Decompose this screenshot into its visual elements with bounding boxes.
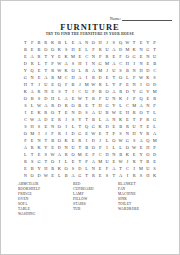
grid-cell[interactable]: F [104, 165, 111, 172]
grid-cell[interactable]: J [42, 130, 49, 137]
grid-cell[interactable]: Y [49, 53, 56, 60]
grid-cell[interactable]: I [104, 144, 111, 151]
grid-cell[interactable]: G [97, 60, 104, 67]
grid-cell[interactable]: Y [110, 102, 117, 109]
grid-cell[interactable]: L [97, 116, 104, 123]
grid-cell[interactable]: R [97, 81, 104, 88]
grid-cell[interactable]: T [22, 39, 29, 46]
grid-cell[interactable]: E [97, 130, 104, 137]
grid-cell[interactable]: R [90, 172, 97, 179]
grid-cell[interactable]: S [70, 116, 77, 123]
grid-cell[interactable]: L [56, 95, 63, 102]
grid-cell[interactable]: N [36, 137, 43, 144]
grid-cell[interactable]: S [36, 95, 43, 102]
grid-cell[interactable]: J [97, 137, 104, 144]
grid-cell[interactable]: L [22, 151, 29, 158]
grid-cell[interactable]: F [63, 81, 70, 88]
grid-cell[interactable]: T [42, 67, 49, 74]
grid-cell[interactable]: J [63, 116, 70, 123]
grid-cell[interactable]: N [110, 95, 117, 102]
grid-cell[interactable]: E [22, 53, 29, 60]
grid-cell[interactable]: N [90, 165, 97, 172]
grid-cell[interactable]: D [151, 81, 158, 88]
grid-cell[interactable]: L [117, 102, 124, 109]
grid-cell[interactable]: N [70, 109, 77, 116]
grid-cell[interactable]: S [151, 74, 158, 81]
grid-cell[interactable]: P [117, 81, 124, 88]
grid-cell[interactable]: R [124, 123, 131, 130]
grid-cell[interactable]: Y [144, 39, 151, 46]
grid-cell[interactable]: I [124, 172, 131, 179]
grid-cell[interactable]: K [117, 116, 124, 123]
grid-cell[interactable]: O [124, 53, 131, 60]
grid-cell[interactable]: D [124, 88, 131, 95]
grid-cell[interactable]: P [97, 144, 104, 151]
grid-cell[interactable]: M [151, 88, 158, 95]
grid-cell[interactable]: T [56, 109, 63, 116]
grid-cell[interactable]: W [29, 116, 36, 123]
grid-cell[interactable]: E [104, 74, 111, 81]
grid-cell[interactable]: R [90, 95, 97, 102]
grid-cell[interactable]: T [90, 102, 97, 109]
grid-cell[interactable]: K [22, 88, 29, 95]
grid-cell[interactable]: A [22, 144, 29, 151]
grid-cell[interactable]: T [117, 165, 124, 172]
grid-cell[interactable]: O [49, 158, 56, 165]
grid-cell[interactable]: E [110, 53, 117, 60]
grid-cell[interactable]: A [110, 88, 117, 95]
grid-cell[interactable]: O [110, 137, 117, 144]
grid-cell[interactable]: A [56, 151, 63, 158]
grid-cell[interactable]: T [42, 158, 49, 165]
grid-cell[interactable]: J [104, 67, 111, 74]
grid-cell[interactable]: B [70, 81, 77, 88]
grid-cell[interactable]: D [56, 102, 63, 109]
grid-cell[interactable]: S [70, 60, 77, 67]
grid-cell[interactable]: T [29, 151, 36, 158]
grid-cell[interactable]: E [83, 151, 90, 158]
grid-cell[interactable]: A [110, 165, 117, 172]
grid-cell[interactable]: G [124, 137, 131, 144]
grid-cell[interactable]: T [42, 53, 49, 60]
grid-cell[interactable]: E [138, 39, 145, 46]
grid-cell[interactable]: C [151, 67, 158, 74]
grid-cell[interactable]: S [151, 165, 158, 172]
grid-cell[interactable]: N [90, 60, 97, 67]
grid-cell[interactable]: W [138, 74, 145, 81]
grid-cell[interactable]: L [36, 60, 43, 67]
grid-cell[interactable]: P [97, 53, 104, 60]
grid-cell[interactable]: E [29, 46, 36, 53]
grid-cell[interactable]: P [151, 39, 158, 46]
grid-cell[interactable]: K [36, 144, 43, 151]
grid-cell[interactable]: M [70, 53, 77, 60]
grid-cell[interactable]: E [49, 88, 56, 95]
grid-cell[interactable]: S [117, 130, 124, 137]
grid-cell[interactable]: N [63, 144, 70, 151]
grid-cell[interactable]: N [144, 102, 151, 109]
grid-cell[interactable]: H [104, 151, 111, 158]
grid-cell[interactable]: L [117, 144, 124, 151]
grid-cell[interactable]: S [83, 109, 90, 116]
grid-cell[interactable]: E [144, 95, 151, 102]
grid-cell[interactable]: E [83, 102, 90, 109]
grid-cell[interactable]: I [83, 74, 90, 81]
grid-cell[interactable]: E [76, 46, 83, 53]
grid-cell[interactable]: L [151, 123, 158, 130]
grid-cell[interactable]: T [110, 74, 117, 81]
grid-cell[interactable]: K [56, 46, 63, 53]
grid-cell[interactable]: B [63, 172, 70, 179]
grid-cell[interactable]: C [63, 74, 70, 81]
grid-cell[interactable]: R [76, 137, 83, 144]
grid-cell[interactable]: W [49, 151, 56, 158]
grid-cell[interactable]: E [138, 53, 145, 60]
grid-cell[interactable]: C [124, 165, 131, 172]
grid-cell[interactable]: A [42, 74, 49, 81]
grid-cell[interactable]: R [131, 158, 138, 165]
grid-cell[interactable]: E [70, 158, 77, 165]
grid-cell[interactable]: B [104, 109, 111, 116]
grid-cell[interactable]: Q [144, 137, 151, 144]
grid-cell[interactable]: R [56, 116, 63, 123]
grid-cell[interactable]: B [117, 151, 124, 158]
grid-cell[interactable]: R [49, 165, 56, 172]
grid-cell[interactable]: K [63, 67, 70, 74]
grid-cell[interactable]: V [144, 88, 151, 95]
grid-cell[interactable]: A [63, 95, 70, 102]
grid-cell[interactable]: A [104, 116, 111, 123]
grid-cell[interactable]: B [76, 102, 83, 109]
grid-cell[interactable]: E [117, 109, 124, 116]
grid-cell[interactable]: T [76, 144, 83, 151]
grid-cell[interactable]: T [131, 39, 138, 46]
grid-cell[interactable]: T [42, 60, 49, 67]
grid-cell[interactable]: I [22, 109, 29, 116]
grid-cell[interactable]: E [110, 123, 117, 130]
grid-cell[interactable]: O [49, 109, 56, 116]
grid-cell[interactable]: A [138, 102, 145, 109]
grid-cell[interactable]: R [144, 130, 151, 137]
grid-cell[interactable]: I [131, 165, 138, 172]
grid-cell[interactable]: W [36, 102, 43, 109]
grid-cell[interactable]: F [97, 95, 104, 102]
grid-cell[interactable]: P [90, 88, 97, 95]
grid-cell[interactable]: H [76, 60, 83, 67]
grid-cell[interactable]: T [76, 158, 83, 165]
grid-cell[interactable]: K [36, 109, 43, 116]
grid-cell[interactable]: G [76, 130, 83, 137]
grid-cell[interactable]: G [76, 172, 83, 179]
grid-cell[interactable]: O [144, 151, 151, 158]
grid-cell[interactable]: T [138, 123, 145, 130]
grid-cell[interactable]: G [104, 102, 111, 109]
grid-cell[interactable]: E [36, 151, 43, 158]
grid-cell[interactable]: F [131, 74, 138, 81]
grid-cell[interactable]: R [131, 109, 138, 116]
grid-cell[interactable]: S [117, 67, 124, 74]
grid-cell[interactable]: A [63, 60, 70, 67]
grid-cell[interactable]: L [83, 46, 90, 53]
grid-cell[interactable]: O [70, 151, 77, 158]
grid-cell[interactable]: W [124, 39, 131, 46]
grid-cell[interactable]: H [97, 102, 104, 109]
grid-cell[interactable]: P [83, 158, 90, 165]
grid-cell[interactable]: M [29, 130, 36, 137]
grid-cell[interactable]: W [56, 60, 63, 67]
grid-cell[interactable]: N [131, 81, 138, 88]
grid-cell[interactable]: W [56, 67, 63, 74]
grid-cell[interactable]: G [22, 74, 29, 81]
grid-cell[interactable]: A [138, 137, 145, 144]
grid-cell[interactable]: R [42, 109, 49, 116]
grid-cell[interactable]: W [131, 144, 138, 151]
grid-cell[interactable]: G [90, 123, 97, 130]
grid-cell[interactable]: D [104, 123, 111, 130]
grid-cell[interactable]: E [36, 74, 43, 81]
grid-cell[interactable]: L [29, 102, 36, 109]
grid-cell[interactable]: Y [22, 67, 29, 74]
grid-cell[interactable]: O [42, 46, 49, 53]
grid-cell[interactable]: N [42, 88, 49, 95]
grid-cell[interactable]: R [22, 158, 29, 165]
grid-cell[interactable]: Y [36, 165, 43, 172]
grid-cell[interactable]: U [83, 88, 90, 95]
grid-cell[interactable]: W [117, 158, 124, 165]
grid-cell[interactable]: O [90, 39, 97, 46]
grid-cell[interactable]: M [76, 151, 83, 158]
grid-cell[interactable]: R [29, 60, 36, 67]
grid-cell[interactable]: H [124, 109, 131, 116]
grid-cell[interactable]: Q [138, 95, 145, 102]
grid-cell[interactable]: Q [56, 81, 63, 88]
grid-cell[interactable]: B [49, 137, 56, 144]
grid-cell[interactable]: O [70, 67, 77, 74]
grid-cell[interactable]: E [144, 123, 151, 130]
grid-cell[interactable]: J [36, 81, 43, 88]
grid-cell[interactable]: T [151, 46, 158, 53]
grid-cell[interactable]: U [42, 81, 49, 88]
grid-cell[interactable]: A [117, 172, 124, 179]
grid-cell[interactable]: T [138, 158, 145, 165]
grid-cell[interactable]: I [70, 88, 77, 95]
grid-cell[interactable]: R [63, 102, 70, 109]
grid-cell[interactable]: E [22, 165, 29, 172]
grid-cell[interactable]: Y [131, 88, 138, 95]
grid-cell[interactable]: R [83, 67, 90, 74]
grid-cell[interactable]: R [104, 53, 111, 60]
grid-cell[interactable]: T [83, 95, 90, 102]
grid-cell[interactable]: S [70, 165, 77, 172]
grid-cell[interactable]: E [110, 158, 117, 165]
grid-cell[interactable]: E [49, 144, 56, 151]
grid-cell[interactable]: S [138, 172, 145, 179]
grid-cell[interactable]: E [83, 130, 90, 137]
grid-cell[interactable]: Y [138, 151, 145, 158]
grid-cell[interactable]: K [124, 151, 131, 158]
grid-cell[interactable]: O [22, 130, 29, 137]
grid-cell[interactable]: S [42, 151, 49, 158]
grid-cell[interactable]: R [56, 130, 63, 137]
grid-cell[interactable]: K [56, 165, 63, 172]
grid-cell[interactable]: L [76, 67, 83, 74]
grid-cell[interactable]: N [49, 123, 56, 130]
grid-cell[interactable]: U [104, 95, 111, 102]
grid-cell[interactable]: K [63, 53, 70, 60]
grid-cell[interactable]: H [144, 144, 151, 151]
grid-cell[interactable]: O [70, 102, 77, 109]
grid-cell[interactable]: E [97, 172, 104, 179]
grid-cell[interactable]: N [22, 172, 29, 179]
grid-cell[interactable]: Y [76, 116, 83, 123]
grid-cell[interactable]: O [144, 81, 151, 88]
grid-cell[interactable]: R [49, 74, 56, 81]
grid-cell[interactable]: A [29, 88, 36, 95]
grid-cell[interactable]: B [56, 39, 63, 46]
grid-cell[interactable]: G [36, 158, 43, 165]
grid-cell[interactable]: E [144, 60, 151, 67]
grid-cell[interactable]: B [151, 60, 158, 67]
grid-cell[interactable]: J [124, 95, 131, 102]
grid-cell[interactable]: B [117, 123, 124, 130]
grid-cell[interactable]: R [151, 95, 158, 102]
grid-cell[interactable]: G [144, 46, 151, 53]
grid-cell[interactable]: F [29, 39, 36, 46]
grid-cell[interactable]: U [110, 67, 117, 74]
grid-cell[interactable]: N [110, 116, 117, 123]
grid-cell[interactable]: D [76, 109, 83, 116]
grid-cell[interactable]: F [90, 46, 97, 53]
grid-cell[interactable]: N [144, 53, 151, 60]
grid-cell[interactable]: O [63, 165, 70, 172]
grid-cell[interactable]: M [131, 102, 138, 109]
grid-cell[interactable]: F [151, 102, 158, 109]
grid-cell[interactable]: R [29, 144, 36, 151]
grid-cell[interactable]: A [36, 116, 43, 123]
grid-cell[interactable]: K [131, 46, 138, 53]
grid-cell[interactable]: N [110, 151, 117, 158]
grid-cell[interactable]: M [83, 81, 90, 88]
grid-cell[interactable]: M [104, 60, 111, 67]
grid-cell[interactable]: U [97, 109, 104, 116]
grid-cell[interactable]: M [97, 158, 104, 165]
grid-cell[interactable]: E [49, 81, 56, 88]
grid-cell[interactable]: S [22, 102, 29, 109]
grid-cell[interactable]: K [49, 39, 56, 46]
grid-cell[interactable]: T [63, 88, 70, 95]
grid-cell[interactable]: M [151, 137, 158, 144]
grid-cell[interactable]: H [42, 165, 49, 172]
grid-cell[interactable]: A [42, 102, 49, 109]
grid-cell[interactable]: B [29, 95, 36, 102]
grid-cell[interactable]: D [56, 144, 63, 151]
grid-cell[interactable]: D [42, 95, 49, 102]
grid-cell[interactable]: O [56, 123, 63, 130]
grid-cell[interactable]: I [83, 137, 90, 144]
grid-cell[interactable]: K [63, 137, 70, 144]
grid-cell[interactable]: H [124, 60, 131, 67]
grid-cell[interactable]: M [138, 165, 145, 172]
grid-cell[interactable]: D [70, 130, 77, 137]
grid-cell[interactable]: D [76, 165, 83, 172]
grid-cell[interactable]: T [29, 81, 36, 88]
grid-cell[interactable]: S [104, 172, 111, 179]
grid-cell[interactable]: R [49, 102, 56, 109]
grid-cell[interactable]: E [29, 137, 36, 144]
grid-cell[interactable]: T [83, 116, 90, 123]
grid-cell[interactable]: W [90, 130, 97, 137]
grid-cell[interactable]: S [22, 123, 29, 130]
grid-cell[interactable]: N [124, 130, 131, 137]
grid-cell[interactable]: F [49, 130, 56, 137]
grid-cell[interactable]: L [56, 172, 63, 179]
grid-cell[interactable]: E [131, 151, 138, 158]
grid-cell[interactable]: P [49, 60, 56, 67]
grid-cell[interactable]: O [49, 46, 56, 53]
grid-cell[interactable]: M [56, 74, 63, 81]
grid-cell[interactable]: D [36, 172, 43, 179]
grid-cell[interactable]: E [36, 67, 43, 74]
grid-cell[interactable]: B [36, 39, 43, 46]
grid-cell[interactable]: H [70, 74, 77, 81]
grid-cell[interactable]: B [22, 46, 29, 53]
grid-cell[interactable]: K [144, 74, 151, 81]
grid-cell[interactable]: U [70, 144, 77, 151]
grid-cell[interactable]: A [76, 74, 83, 81]
grid-cell[interactable]: E [70, 95, 77, 102]
grid-cell[interactable]: D [144, 67, 151, 74]
grid-cell[interactable]: I [131, 60, 138, 67]
grid-cell[interactable]: W [76, 95, 83, 102]
grid-cell[interactable]: O [138, 109, 145, 116]
grid-cell[interactable]: A [70, 172, 77, 179]
grid-cell[interactable]: Q [29, 67, 36, 74]
grid-cell[interactable]: J [124, 158, 131, 165]
grid-cell[interactable]: H [22, 81, 29, 88]
grid-cell[interactable]: O [104, 88, 111, 95]
grid-cell[interactable]: L [110, 144, 117, 151]
grid-cell[interactable]: O [117, 74, 124, 81]
grid-cell[interactable]: W [110, 109, 117, 116]
grid-cell[interactable]: R [97, 46, 104, 53]
grid-cell[interactable]: R [36, 88, 43, 95]
grid-cell[interactable]: T [110, 172, 117, 179]
grid-cell[interactable]: E [49, 116, 56, 123]
grid-cell[interactable]: N [138, 46, 145, 53]
grid-cell[interactable]: A [90, 109, 97, 116]
grid-cell[interactable]: N [131, 67, 138, 74]
grid-cell[interactable]: E [124, 81, 131, 88]
grid-cell[interactable]: J [104, 39, 111, 46]
grid-cell[interactable]: B [83, 144, 90, 151]
grid-cell[interactable]: M [124, 46, 131, 53]
grid-cell[interactable]: R [36, 53, 43, 60]
grid-cell[interactable]: B [90, 116, 97, 123]
grid-cell[interactable]: G [151, 116, 158, 123]
grid-cell[interactable]: N [90, 53, 97, 60]
grid-cell[interactable]: C [22, 116, 29, 123]
grid-cell[interactable]: E [70, 39, 77, 46]
grid-cell[interactable]: E [70, 137, 77, 144]
grid-cell[interactable]: F [22, 137, 29, 144]
grid-cell[interactable]: R [63, 151, 70, 158]
grid-cell[interactable]: A [110, 60, 117, 67]
grid-cell[interactable]: D [42, 116, 49, 123]
grid-cell[interactable]: W [90, 81, 97, 88]
grid-cell[interactable]: L [104, 81, 111, 88]
grid-cell[interactable]: Y [138, 130, 145, 137]
grid-cell[interactable]: D [22, 60, 29, 67]
